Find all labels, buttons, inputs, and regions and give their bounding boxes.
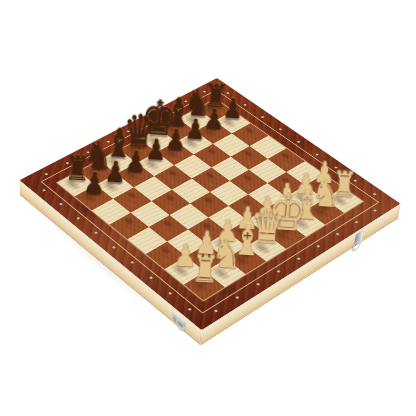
- clasp-ring-icon: [352, 239, 362, 253]
- product-photo-stage: ♜♟♞♟♝♟♚♟♛♟♝♟♟♞♜♟♟♜♞♟♟♝♟♚♟♛♟♝♟♞♟♜: [0, 0, 416, 416]
- piece-white-rook-a1[interactable]: ♜: [184, 241, 227, 286]
- clasp-ring-icon: [176, 317, 185, 333]
- piece-black-pawn-a7[interactable]: ♟: [77, 161, 113, 198]
- latch-clasp-right[interactable]: [355, 230, 364, 246]
- chessboard: ♜♟♞♟♝♟♚♟♛♟♝♟♟♞♜♟♟♜♞♟♟♝♟♚♟♛♟♝♟♞♟♜: [19, 78, 400, 330]
